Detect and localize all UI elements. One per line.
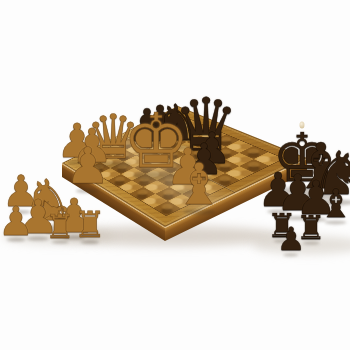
king-finial [299,121,304,128]
chess-set-photo: ♟♟♛♟♚♟♝♟♟♞♛♟♟♟♞♟♟♜♝♟♜♚♝♞♟♟♟♝♜♜♟ [0,0,350,350]
dark-pawn-captured[interactable]: ♟ [277,223,306,255]
light-bishop[interactable]: ♝ [173,156,224,213]
light-rook-captured[interactable]: ♜ [45,210,75,243]
light-rook-captured[interactable]: ♜ [74,207,106,243]
light-pawn-captured[interactable]: ♟ [0,201,34,241]
